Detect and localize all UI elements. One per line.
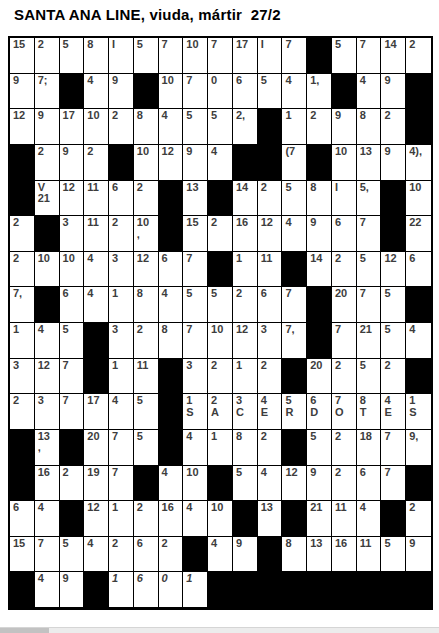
grid-cell-r4c15[interactable]: 13	[357, 145, 382, 181]
grid-cell-r7c15[interactable]: 5	[357, 252, 382, 288]
grid-cell-r11c15[interactable]: 8T	[357, 394, 382, 430]
cell-value: 0	[211, 75, 232, 87]
grid-cell-r7c7[interactable]: 6	[159, 252, 184, 288]
cell-value: 7	[186, 75, 207, 87]
cell-value: 5	[186, 288, 207, 300]
grid-cell-r4c7[interactable]: 12	[159, 145, 184, 181]
grid-cell-r1c1[interactable]: 15	[10, 38, 35, 74]
grid-cell-r2c16[interactable]: 9	[381, 74, 406, 110]
black-cell-r4c11	[258, 145, 283, 181]
grid-cell-r15c16[interactable]: 5	[381, 537, 406, 573]
grid-cell-r1c10[interactable]: 17	[233, 38, 258, 74]
grid-cell-r14c8[interactable]: 4	[183, 501, 208, 537]
grid-cell-r13c3[interactable]: 2	[60, 466, 85, 502]
grid-cell-r11c3[interactable]: 7	[60, 394, 85, 430]
grid-cell-r11c10[interactable]: 3C	[233, 394, 258, 430]
black-cell-r12c7	[159, 430, 184, 466]
grid-cell-r8c15[interactable]: 7	[357, 287, 382, 323]
grid-cell-r4c12[interactable]: (7	[282, 145, 307, 181]
cell-value: 7	[63, 360, 84, 372]
grid-cell-r15c1[interactable]: 15	[10, 537, 35, 573]
grid-cell-r11c8[interactable]: 1S	[183, 394, 208, 430]
cell-value: 4	[112, 395, 133, 407]
black-cell-r6c16	[381, 216, 406, 252]
grid-cell-r8c9[interactable]: 5	[208, 287, 233, 323]
cell-value: 8	[87, 39, 108, 51]
grid-cell-r1c11[interactable]: I	[258, 38, 283, 74]
black-cell-r6c2	[35, 216, 60, 252]
cell-value: 9	[236, 538, 257, 550]
grid-cell-r6c10[interactable]: 16	[233, 216, 258, 252]
cell-value: 20	[310, 360, 331, 372]
cell-value-line2: T	[360, 407, 381, 419]
grid-cell-r12c8[interactable]: 4	[183, 430, 208, 466]
cell-value: 0	[162, 573, 183, 585]
cell-value: 1	[112, 288, 133, 300]
grid-cell-r10c11[interactable]: 2	[258, 359, 283, 395]
cell-value: 10	[137, 146, 158, 158]
grid-cell-r5c6[interactable]: 2	[134, 181, 159, 217]
grid-cell-r6c8[interactable]: 15	[183, 216, 208, 252]
cell-value: 12	[63, 182, 84, 194]
grid-cell-r14c14[interactable]: 11	[332, 501, 357, 537]
cell-value: 11	[261, 253, 282, 265]
grid-cell-r9c10[interactable]: 12	[233, 323, 258, 359]
grid-cell-r12c4[interactable]: 20	[84, 430, 109, 466]
grid-cell-r1c2[interactable]: 2	[35, 38, 60, 74]
grid-cell-r14c9[interactable]: 10	[208, 501, 233, 537]
black-cell-r7c12	[282, 252, 307, 288]
grid-cell-r12c11[interactable]: 2	[258, 430, 283, 466]
grid-cell-r3c4[interactable]: 10	[84, 109, 109, 145]
grid-cell-r15c6[interactable]: 6	[134, 537, 159, 573]
cell-value: 1	[112, 573, 133, 585]
grid-cell-r2c11[interactable]: 5	[258, 74, 283, 110]
scrollbar-thumb[interactable]	[0, 628, 49, 633]
grid-cell-r2c9[interactable]: 0	[208, 74, 233, 110]
grid-cell-r5c13[interactable]: 8	[307, 181, 332, 217]
grid-cell-r13c14[interactable]: 2	[332, 466, 357, 502]
grid-cell-r11c2[interactable]: 3	[35, 394, 60, 430]
cell-value: 17	[87, 395, 108, 407]
cell-value: 2	[87, 146, 108, 158]
grid-cell-r14c11[interactable]: 13	[258, 501, 283, 537]
grid-cell-r11c13[interactable]: 6D	[307, 394, 332, 430]
cell-value: 10	[87, 110, 108, 122]
grid-cell-r13c10[interactable]: 5	[233, 466, 258, 502]
grid-cell-r10c14[interactable]: 2	[332, 359, 357, 395]
cell-value-line2: S	[409, 407, 431, 419]
grid-cell-r3c9[interactable]: 5	[208, 109, 233, 145]
grid-cell-r7c8[interactable]: 7	[183, 252, 208, 288]
grid-cell-r11c11[interactable]: 4E	[258, 394, 283, 430]
grid-cell-r9c16[interactable]: 5	[381, 323, 406, 359]
grid-cell-r12c9[interactable]: 1	[208, 430, 233, 466]
grid-cell-r13c4[interactable]: 19	[84, 466, 109, 502]
grid-cell-r8c8[interactable]: 5	[183, 287, 208, 323]
cell-value: 2	[63, 467, 84, 479]
grid-cell-r15c4[interactable]: 4	[84, 537, 109, 573]
cell-value: 4	[162, 467, 183, 479]
grid-cell-r15c7[interactable]: 2	[159, 537, 184, 573]
grid-cell-r12c16[interactable]: 7	[381, 430, 406, 466]
grid-cell-r6c9[interactable]: 2	[208, 216, 233, 252]
grid-cell-r14c6[interactable]: 2	[134, 501, 159, 537]
cell-value: I	[112, 39, 133, 51]
cell-value: 11	[87, 217, 108, 229]
grid-cell-r9c9[interactable]: 10	[208, 323, 233, 359]
grid-cell-r4c9[interactable]: 4	[208, 145, 233, 181]
grid-cell-r15c12[interactable]: 8	[282, 537, 307, 573]
grid-cell-r7c5[interactable]: 3	[109, 252, 134, 288]
grid-cell-r5c4[interactable]: 11	[84, 181, 109, 217]
grid-cell-r14c17[interactable]: 2	[406, 501, 431, 537]
cell-value: 21	[310, 502, 331, 514]
grid-cell-r13c7[interactable]: 4	[159, 466, 184, 502]
grid-cell-r2c1[interactable]: 9	[10, 74, 35, 110]
grid-cell-r6c6[interactable]: 10,	[134, 216, 159, 252]
grid-cell-r8c3[interactable]: 6	[60, 287, 85, 323]
grid-cell-r10c1[interactable]: 3	[10, 359, 35, 395]
cell-value: 5	[137, 39, 158, 51]
grid-cell-r9c14[interactable]: 7	[332, 323, 357, 359]
grid-cell-r16c2[interactable]: 4	[35, 572, 60, 608]
grid-cell-r4c14[interactable]: 10	[332, 145, 357, 181]
cell-value: 8	[137, 288, 158, 300]
grid-cell-r12c5[interactable]: 7	[109, 430, 134, 466]
grid-cell-r14c15[interactable]: 4	[357, 501, 382, 537]
grid-cell-r6c11[interactable]: 12	[258, 216, 283, 252]
black-cell-r4c13	[307, 145, 332, 181]
cell-value: 8	[310, 182, 331, 194]
grid-cell-r7c4[interactable]: 4	[84, 252, 109, 288]
grid-cell-r12c14[interactable]: 2	[332, 430, 357, 466]
grid-cell-r3c14[interactable]: 9	[332, 109, 357, 145]
grid-cell-r4c6[interactable]: 10	[134, 145, 159, 181]
grid-cell-r8c11[interactable]: 6	[258, 287, 283, 323]
grid-cell-r16c7[interactable]: 0	[159, 572, 184, 608]
cell-value: 12	[236, 324, 257, 336]
cell-value: 12	[87, 502, 108, 514]
cell-value: 13	[310, 538, 331, 550]
grid-cell-r11c16[interactable]: 4E	[381, 394, 406, 430]
grid-cell-r2c13[interactable]: 1,	[307, 74, 332, 110]
cell-value: 12	[162, 146, 183, 158]
grid-cell-r10c2[interactable]: 12	[35, 359, 60, 395]
grid-cell-r15c15[interactable]: 11	[357, 537, 382, 573]
grid-cell-r14c4[interactable]: 12	[84, 501, 109, 537]
cell-value: 5	[211, 110, 232, 122]
grid-cell-r10c3[interactable]: 7	[60, 359, 85, 395]
grid-cell-r2c2[interactable]: 7;	[35, 74, 60, 110]
grid-cell-r10c9[interactable]: 2	[208, 359, 233, 395]
grid-cell-r9c1[interactable]: 1	[10, 323, 35, 359]
cell-value: 5	[236, 467, 257, 479]
grid-cell-r5c12[interactable]: 5	[282, 181, 307, 217]
grid-cell-r2c7[interactable]: 10	[159, 74, 184, 110]
grid-cell-r13c5[interactable]: 7	[109, 466, 134, 502]
grid-cell-r16c3[interactable]: 9	[60, 572, 85, 608]
cell-value: 5	[63, 324, 84, 336]
grid-cell-r8c16[interactable]: 5	[381, 287, 406, 323]
cell-value: 6	[335, 217, 356, 229]
cell-value: 2	[384, 360, 405, 372]
grid-cell-r8c6[interactable]: 8	[134, 287, 159, 323]
grid-cell-r14c5[interactable]: 1	[109, 501, 134, 537]
grid-cell-r9c5[interactable]: 3	[109, 323, 134, 359]
grid-cell-r11c6[interactable]: 5	[134, 394, 159, 430]
grid-cell-r2c5[interactable]: 9	[109, 74, 134, 110]
grid-cell-r6c17[interactable]: 22	[406, 216, 431, 252]
grid-cell-r12c6[interactable]: 5	[134, 430, 159, 466]
grid-cell-r5c8[interactable]: 13	[183, 181, 208, 217]
grid-cell-r1c8[interactable]: 10	[183, 38, 208, 74]
grid-cell-r2c10[interactable]: 6	[233, 74, 258, 110]
grid-cell-r10c6[interactable]: 11	[134, 359, 159, 395]
grid-cell-r2c8[interactable]: 7	[183, 74, 208, 110]
grid-cell-r1c15[interactable]: 7	[357, 38, 382, 74]
grid-cell-r3c6[interactable]: 8	[134, 109, 159, 145]
grid-cell-r3c3[interactable]: 17	[60, 109, 85, 145]
cell-value: 1	[112, 360, 133, 372]
cell-value: 7	[63, 395, 84, 407]
grid-cell-r9c7[interactable]: 8	[159, 323, 184, 359]
grid-cell-r5c11[interactable]: 2	[258, 181, 283, 217]
grid-cell-r4c16[interactable]: 9	[381, 145, 406, 181]
grid-cell-r2c15[interactable]: 4	[357, 74, 382, 110]
grid-cell-r2c4[interactable]: 4	[84, 74, 109, 110]
grid-cell-r7c3[interactable]: 10	[60, 252, 85, 288]
black-cell-r5c9	[208, 181, 233, 217]
cell-value: 7	[162, 39, 183, 51]
black-cell-r16c17	[406, 572, 431, 608]
grid-cell-r7c2[interactable]: 10	[35, 252, 60, 288]
cell-value: 6	[360, 467, 381, 479]
cell-value: 4	[360, 75, 381, 87]
cell-value: 20	[87, 431, 108, 443]
grid-cell-r6c14[interactable]: 6	[332, 216, 357, 252]
grid-cell-r7c17[interactable]: 6	[406, 252, 431, 288]
grid-cell-r15c10[interactable]: 9	[233, 537, 258, 573]
cell-value: 1	[186, 573, 207, 585]
grid-cell-r5c5[interactable]: 6	[109, 181, 134, 217]
grid-cell-r10c10[interactable]: 1	[233, 359, 258, 395]
grid-cell-r7c11[interactable]: 11	[258, 252, 283, 288]
grid-cell-r3c2[interactable]: 9	[35, 109, 60, 145]
grid-cell-r15c2[interactable]: 7	[35, 537, 60, 573]
grid-cell-r16c8[interactable]: 1	[183, 572, 208, 608]
grid-cell-r4c2[interactable]: 2	[35, 145, 60, 181]
cell-value: 13	[360, 146, 381, 158]
grid-cell-r15c3[interactable]: 5	[60, 537, 85, 573]
cell-value: 3	[261, 324, 282, 336]
grid-cell-r1c5[interactable]: I	[109, 38, 134, 74]
grid-cell-r3c1[interactable]: 12	[10, 109, 35, 145]
cell-value: 2	[13, 395, 34, 407]
grid-cell-r6c5[interactable]: 2	[109, 216, 134, 252]
grid-cell-r1c17[interactable]: 2	[406, 38, 431, 74]
grid-cell-r16c5[interactable]: 1	[109, 572, 134, 608]
grid-cell-r5c17[interactable]: 10	[406, 181, 431, 217]
grid-cell-r4c3[interactable]: 9	[60, 145, 85, 181]
grid-cell-r6c13[interactable]: 9	[307, 216, 332, 252]
cell-value: 15	[13, 538, 34, 550]
cell-value: 2	[13, 253, 34, 265]
grid-cell-r4c8[interactable]: 9	[183, 145, 208, 181]
grid-cell-r9c17[interactable]: 4	[406, 323, 431, 359]
cell-value: 4	[186, 502, 207, 514]
grid-cell-r13c2[interactable]: 16	[35, 466, 60, 502]
grid-cell-r9c15[interactable]: 21	[357, 323, 382, 359]
grid-cell-r3c10[interactable]: 2,	[233, 109, 258, 145]
scrollbar-track[interactable]	[0, 627, 439, 633]
cell-value: 10	[63, 253, 84, 265]
grid-cell-r13c13[interactable]: 9	[307, 466, 332, 502]
grid-cell-r7c16[interactable]: 12	[381, 252, 406, 288]
grid-cell-r6c1[interactable]: 2	[10, 216, 35, 252]
grid-cell-r1c7[interactable]: 7	[159, 38, 184, 74]
cell-value: 4),	[409, 146, 431, 158]
grid-cell-r5c15[interactable]: 5,	[357, 181, 382, 217]
grid-cell-r13c11[interactable]: 4	[258, 466, 283, 502]
cell-value: 5	[186, 110, 207, 122]
grid-cell-r15c13[interactable]: 13	[307, 537, 332, 573]
grid-cell-r12c17[interactable]: 9,	[406, 430, 431, 466]
grid-cell-r14c13[interactable]: 21	[307, 501, 332, 537]
grid-cell-r3c16[interactable]: 2	[381, 109, 406, 145]
grid-cell-r6c4[interactable]: 11	[84, 216, 109, 252]
cell-value: 9	[186, 146, 207, 158]
cell-value: (7	[285, 146, 306, 158]
black-cell-r5c1	[10, 181, 35, 217]
cell-value: 4	[261, 467, 282, 479]
grid-cell-r1c4[interactable]: 8	[84, 38, 109, 74]
grid-cell-r10c15[interactable]: 5	[357, 359, 382, 395]
cell-value: 9	[409, 538, 431, 550]
grid-cell-r9c3[interactable]: 5	[60, 323, 85, 359]
grid-cell-r6c12[interactable]: 4	[282, 216, 307, 252]
grid-cell-r5c3[interactable]: 12	[60, 181, 85, 217]
cell-value-line2: D	[310, 407, 331, 419]
grid-cell-r8c10[interactable]: 2	[233, 287, 258, 323]
grid-cell-r16c6[interactable]: 6	[134, 572, 159, 608]
cell-value: 2	[137, 182, 158, 194]
grid-cell-r15c5[interactable]: 2	[109, 537, 134, 573]
grid-cell-r7c6[interactable]: 12	[134, 252, 159, 288]
cell-value: 4	[360, 502, 381, 514]
grid-cell-r4c17[interactable]: 4),	[406, 145, 431, 181]
grid-cell-r1c14[interactable]: 5	[332, 38, 357, 74]
grid-cell-r7c10[interactable]: 1	[233, 252, 258, 288]
grid-cell-r3c5[interactable]: 2	[109, 109, 134, 145]
grid-cell-r8c5[interactable]: 1	[109, 287, 134, 323]
grid-cell-r12c13[interactable]: 5	[307, 430, 332, 466]
cell-value: 3	[112, 253, 133, 265]
cell-value: 7	[335, 324, 356, 336]
grid-cell-r14c7[interactable]: 16	[159, 501, 184, 537]
grid-cell-r4c4[interactable]: 2	[84, 145, 109, 181]
grid-cell-r7c14[interactable]: 2	[332, 252, 357, 288]
cell-value: 20	[335, 288, 356, 300]
grid-cell-r13c8[interactable]: 10	[183, 466, 208, 502]
black-cell-r4c5	[109, 145, 134, 181]
cell-value: 4	[211, 538, 232, 550]
grid-cell-r3c8[interactable]: 5	[183, 109, 208, 145]
cell-value: 7;	[38, 75, 59, 87]
grid-cell-r11c14[interactable]: 7O	[332, 394, 357, 430]
grid-cell-r1c3[interactable]: 5	[60, 38, 85, 74]
puzzle-grid: 15258I5710717I75714297;4910706541,491291…	[8, 36, 433, 610]
grid-cell-r12c2[interactable]: 13,	[35, 430, 60, 466]
grid-cell-r10c8[interactable]: 3	[183, 359, 208, 395]
black-cell-r14c12	[282, 501, 307, 537]
grid-cell-r8c1[interactable]: 7,	[10, 287, 35, 323]
grid-cell-r6c15[interactable]: 7	[357, 216, 382, 252]
grid-cell-r5c10[interactable]: 14	[233, 181, 258, 217]
grid-cell-r3c13[interactable]: 2	[307, 109, 332, 145]
grid-cell-r9c12[interactable]: 7,	[282, 323, 307, 359]
cell-value: I	[335, 182, 356, 194]
grid-cell-r14c1[interactable]: 6	[10, 501, 35, 537]
grid-cell-r11c5[interactable]: 4	[109, 394, 134, 430]
grid-cell-r1c6[interactable]: 5	[134, 38, 159, 74]
grid-cell-r11c4[interactable]: 17	[84, 394, 109, 430]
grid-cell-r1c12[interactable]: 7	[282, 38, 307, 74]
grid-cell-r8c12[interactable]: 7	[282, 287, 307, 323]
grid-cell-r10c5[interactable]: 1	[109, 359, 134, 395]
grid-cell-r9c11[interactable]: 3	[258, 323, 283, 359]
grid-cell-r1c9[interactable]: 7	[208, 38, 233, 74]
grid-cell-r8c7[interactable]: 4	[159, 287, 184, 323]
grid-cell-r2c12[interactable]: 4	[282, 74, 307, 110]
grid-cell-r11c17[interactable]: 1S	[406, 394, 431, 430]
grid-cell-r11c9[interactable]: 2A	[208, 394, 233, 430]
grid-cell-r7c13[interactable]: 14	[307, 252, 332, 288]
grid-cell-r8c4[interactable]: 4	[84, 287, 109, 323]
grid-cell-r11c1[interactable]: 2	[10, 394, 35, 430]
grid-cell-r15c9[interactable]: 4	[208, 537, 233, 573]
grid-cell-r11c12[interactable]: 5R	[282, 394, 307, 430]
grid-cell-r8c14[interactable]: 20	[332, 287, 357, 323]
grid-cell-r9c2[interactable]: 4	[35, 323, 60, 359]
grid-cell-r6c3[interactable]: 3	[60, 216, 85, 252]
cell-value: 1	[236, 253, 257, 265]
grid-cell-r13c15[interactable]: 6	[357, 466, 382, 502]
grid-cell-r12c15[interactable]: 18	[357, 430, 382, 466]
black-cell-r9c4	[84, 323, 109, 359]
grid-cell-r15c14[interactable]: 16	[332, 537, 357, 573]
grid-cell-r15c17[interactable]: 9	[406, 537, 431, 573]
black-cell-r2c3	[60, 74, 85, 110]
grid-cell-r3c12[interactable]: 1	[282, 109, 307, 145]
grid-cell-r5c14[interactable]: I	[332, 181, 357, 217]
grid-cell-r9c6[interactable]: 2	[134, 323, 159, 359]
grid-cell-r13c16[interactable]: 7	[381, 466, 406, 502]
grid-cell-r10c16[interactable]: 2	[381, 359, 406, 395]
grid-cell-r9c8[interactable]: 7	[183, 323, 208, 359]
grid-cell-r5c2[interactable]: V21	[35, 181, 60, 217]
cell-value: 21	[360, 324, 381, 336]
grid-cell-r12c10[interactable]: 8	[233, 430, 258, 466]
grid-cell-r14c2[interactable]: 4	[35, 501, 60, 537]
cell-value: 4	[186, 431, 207, 443]
grid-cell-r10c13[interactable]: 20	[307, 359, 332, 395]
grid-cell-r1c16[interactable]: 14	[381, 38, 406, 74]
grid-cell-r7c1[interactable]: 2	[10, 252, 35, 288]
grid-cell-r13c12[interactable]: 12	[282, 466, 307, 502]
grid-cell-r3c7[interactable]: 4	[159, 109, 184, 145]
grid-cell-r3c15[interactable]: 8	[357, 109, 382, 145]
